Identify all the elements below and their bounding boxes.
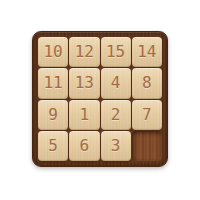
empty-slot <box>132 131 162 161</box>
tile-r4c1[interactable]: 5 <box>38 131 68 161</box>
tile-r4c3[interactable]: 3 <box>101 131 131 161</box>
tile-r2c2[interactable]: 13 <box>69 68 99 98</box>
tile-r3c4[interactable]: 7 <box>132 100 162 130</box>
tile-r1c1[interactable]: 10 <box>38 37 68 67</box>
tile-r4c2[interactable]: 6 <box>69 131 99 161</box>
tile-r1c4[interactable]: 14 <box>132 37 162 67</box>
tile-grid: 10 12 15 14 11 13 4 8 9 1 2 7 5 6 3 <box>38 37 162 161</box>
puzzle-stage: 10 12 15 14 11 13 4 8 9 1 2 7 5 6 3 <box>0 0 200 200</box>
tile-r2c3[interactable]: 4 <box>101 68 131 98</box>
tile-r2c1[interactable]: 11 <box>38 68 68 98</box>
fifteen-puzzle-board: 10 12 15 14 11 13 4 8 9 1 2 7 5 6 3 <box>32 31 168 167</box>
tile-r3c1[interactable]: 9 <box>38 100 68 130</box>
tile-r2c4[interactable]: 8 <box>132 68 162 98</box>
tile-r1c3[interactable]: 15 <box>101 37 131 67</box>
tile-r3c3[interactable]: 2 <box>101 100 131 130</box>
tile-r3c2[interactable]: 1 <box>69 100 99 130</box>
tile-r1c2[interactable]: 12 <box>69 37 99 67</box>
